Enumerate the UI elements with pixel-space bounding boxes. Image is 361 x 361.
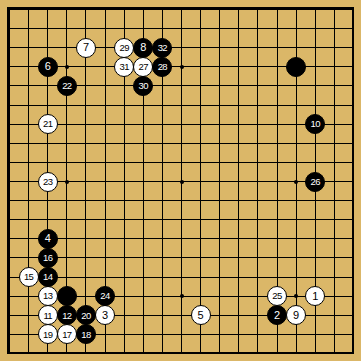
move-number: 11 bbox=[43, 311, 52, 321]
stone-white-move-5: 5 bbox=[191, 305, 211, 325]
move-number: 22 bbox=[62, 81, 71, 91]
move-number: 28 bbox=[158, 62, 167, 72]
stone-white-move-19: 19 bbox=[38, 324, 58, 344]
grid-line-vertical bbox=[219, 9, 220, 354]
stone-white-move-13: 13 bbox=[38, 286, 58, 306]
move-number: 10 bbox=[311, 119, 320, 129]
stone-white-move-7: 7 bbox=[76, 38, 96, 58]
move-number: 23 bbox=[43, 177, 52, 187]
stone-white-move-11: 11 bbox=[38, 305, 58, 325]
move-number: 7 bbox=[83, 42, 89, 53]
stone-white-move-21: 21 bbox=[38, 114, 58, 134]
move-number: 27 bbox=[139, 62, 148, 72]
stone-black-move-12: 12 bbox=[57, 305, 77, 325]
stone-white-move-23: 23 bbox=[38, 172, 58, 192]
stone-black-move-26: 26 bbox=[305, 172, 325, 192]
stone-black-move-14: 14 bbox=[38, 267, 58, 287]
go-board[interactable]: 1234567891011121314151617181920212223242… bbox=[0, 0, 361, 361]
grid-line-horizontal bbox=[9, 238, 354, 239]
stone-black-move-6: 6 bbox=[38, 57, 58, 77]
star-point bbox=[180, 65, 184, 69]
move-number: 4 bbox=[45, 233, 51, 244]
move-number: 26 bbox=[311, 177, 320, 187]
move-number: 5 bbox=[198, 310, 204, 321]
grid-line-horizontal bbox=[9, 219, 354, 220]
move-number: 30 bbox=[139, 81, 148, 91]
move-number: 2 bbox=[274, 310, 280, 321]
star-point bbox=[65, 65, 69, 69]
move-number: 24 bbox=[100, 291, 109, 301]
move-number: 13 bbox=[43, 291, 52, 301]
move-number: 8 bbox=[140, 42, 146, 53]
star-point bbox=[180, 180, 184, 184]
grid-line-vertical bbox=[353, 9, 354, 354]
grid-line-horizontal bbox=[9, 277, 354, 278]
star-point bbox=[294, 180, 298, 184]
move-number: 14 bbox=[43, 272, 52, 282]
grid-line-vertical bbox=[238, 9, 239, 354]
move-number: 3 bbox=[102, 310, 108, 321]
grid-line-vertical bbox=[257, 9, 258, 354]
grid-line-vertical bbox=[334, 9, 335, 354]
move-number: 6 bbox=[45, 61, 51, 72]
move-number: 20 bbox=[81, 311, 90, 321]
stone-black-move-4: 4 bbox=[38, 229, 58, 249]
stone-white-move-29: 29 bbox=[114, 38, 134, 58]
move-number: 17 bbox=[62, 330, 71, 340]
grid-line-vertical bbox=[200, 9, 201, 354]
move-number: 31 bbox=[119, 62, 128, 72]
stone-white-move-31: 31 bbox=[114, 57, 134, 77]
move-number: 16 bbox=[43, 253, 52, 263]
stone-black-move-16: 16 bbox=[38, 248, 58, 268]
stone-black-handicap bbox=[57, 286, 77, 306]
star-point bbox=[180, 294, 184, 298]
stone-black-handicap bbox=[286, 57, 306, 77]
grid-line-horizontal bbox=[9, 257, 354, 258]
move-number: 32 bbox=[158, 43, 167, 53]
stone-black-move-22: 22 bbox=[57, 76, 77, 96]
move-number: 25 bbox=[272, 291, 281, 301]
star-point bbox=[65, 180, 69, 184]
move-number: 12 bbox=[62, 311, 71, 321]
grid-line-horizontal bbox=[9, 200, 354, 201]
move-number: 9 bbox=[293, 310, 299, 321]
move-number: 19 bbox=[43, 330, 52, 340]
stone-black-move-8: 8 bbox=[133, 38, 153, 58]
move-number: 29 bbox=[119, 43, 128, 53]
stone-white-move-15: 15 bbox=[19, 267, 39, 287]
grid-line-horizontal bbox=[9, 353, 354, 354]
stone-white-move-27: 27 bbox=[133, 57, 153, 77]
move-number: 15 bbox=[24, 272, 33, 282]
move-number: 18 bbox=[81, 330, 90, 340]
go-diagram: 1234567891011121314151617181920212223242… bbox=[0, 0, 361, 361]
move-number: 1 bbox=[312, 291, 318, 302]
stone-black-move-32: 32 bbox=[152, 38, 172, 58]
move-number: 21 bbox=[43, 119, 52, 129]
